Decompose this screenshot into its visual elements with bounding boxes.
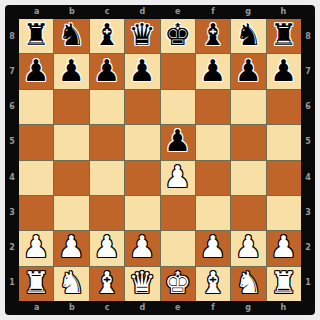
square-e2[interactable]	[161, 231, 195, 265]
square-d1[interactable]: ♛	[125, 267, 159, 301]
chess-board: ♜♞♝♛♚♝♞♜♟♟♟♟♟♟♟♟♟♟♟♟♟♟♟♟♜♞♝♛♚♝♞♜	[19, 19, 301, 301]
white-pawn-b2[interactable]: ♟	[58, 232, 85, 262]
white-rook-a1[interactable]: ♜	[23, 268, 50, 298]
square-c2[interactable]: ♟	[90, 231, 124, 265]
square-e7[interactable]	[161, 54, 195, 88]
white-pawn-d2[interactable]: ♟	[129, 232, 156, 262]
square-c1[interactable]: ♝	[90, 267, 124, 301]
square-c5[interactable]	[90, 125, 124, 159]
black-queen-d8[interactable]: ♛	[129, 20, 156, 50]
square-b1[interactable]: ♞	[54, 267, 88, 301]
square-d7[interactable]: ♟	[125, 54, 159, 88]
rank-label-6: 6	[301, 90, 315, 125]
square-a6[interactable]	[19, 90, 53, 124]
file-label-b: b	[54, 5, 89, 19]
square-g1[interactable]: ♞	[231, 267, 265, 301]
square-a1[interactable]: ♜	[19, 267, 53, 301]
square-c6[interactable]	[90, 90, 124, 124]
file-label-c: c	[90, 5, 125, 19]
rank-label-6: 6	[5, 90, 19, 125]
square-d3[interactable]	[125, 196, 159, 230]
file-labels-top: abcdefgh	[19, 5, 301, 19]
square-h4[interactable]	[267, 161, 301, 195]
black-pawn-e5[interactable]: ♟	[164, 126, 191, 156]
file-label-a: a	[19, 5, 54, 19]
file-label-e: e	[160, 5, 195, 19]
square-h3[interactable]	[267, 196, 301, 230]
white-pawn-e4[interactable]: ♟	[164, 162, 191, 192]
file-label-g: g	[231, 301, 266, 315]
file-label-c: c	[90, 301, 125, 315]
square-d6[interactable]	[125, 90, 159, 124]
square-a5[interactable]	[19, 125, 53, 159]
square-b4[interactable]	[54, 161, 88, 195]
rank-label-4: 4	[5, 160, 19, 195]
square-h6[interactable]	[267, 90, 301, 124]
square-h2[interactable]: ♟	[267, 231, 301, 265]
square-a2[interactable]: ♟	[19, 231, 53, 265]
chess-app: abcdefgh abcdefgh 87654321 87654321 ♜♞♝♛…	[0, 0, 320, 320]
square-f7[interactable]: ♟	[196, 54, 230, 88]
black-pawn-a7[interactable]: ♟	[23, 56, 50, 86]
square-g6[interactable]	[231, 90, 265, 124]
rank-label-7: 7	[5, 54, 19, 89]
rank-labels-right: 87654321	[301, 19, 315, 301]
black-pawn-c7[interactable]: ♟	[93, 56, 120, 86]
rank-label-4: 4	[301, 160, 315, 195]
white-pawn-g2[interactable]: ♟	[235, 232, 262, 262]
file-label-f: f	[195, 5, 230, 19]
rank-label-3: 3	[5, 195, 19, 230]
square-b5[interactable]	[54, 125, 88, 159]
white-knight-b1[interactable]: ♞	[58, 268, 85, 298]
black-bishop-f8[interactable]: ♝	[200, 20, 227, 50]
black-pawn-b7[interactable]: ♟	[58, 56, 85, 86]
black-knight-b8[interactable]: ♞	[58, 20, 85, 50]
board-frame: abcdefgh abcdefgh 87654321 87654321 ♜♞♝♛…	[5, 5, 315, 315]
black-king-e8[interactable]: ♚	[164, 20, 191, 50]
square-f2[interactable]: ♟	[196, 231, 230, 265]
file-label-e: e	[160, 301, 195, 315]
square-c4[interactable]	[90, 161, 124, 195]
square-a8[interactable]: ♜	[19, 19, 53, 53]
square-f8[interactable]: ♝	[196, 19, 230, 53]
square-g5[interactable]	[231, 125, 265, 159]
square-e1[interactable]: ♚	[161, 267, 195, 301]
black-pawn-f7[interactable]: ♟	[200, 56, 227, 86]
square-e6[interactable]	[161, 90, 195, 124]
black-pawn-g7[interactable]: ♟	[235, 56, 262, 86]
square-f3[interactable]	[196, 196, 230, 230]
square-c7[interactable]: ♟	[90, 54, 124, 88]
file-label-g: g	[231, 5, 266, 19]
file-label-d: d	[125, 5, 160, 19]
square-b3[interactable]	[54, 196, 88, 230]
rank-label-2: 2	[5, 231, 19, 266]
square-h8[interactable]: ♜	[267, 19, 301, 53]
rank-label-1: 1	[5, 266, 19, 301]
rank-label-1: 1	[301, 266, 315, 301]
white-pawn-c2[interactable]: ♟	[93, 232, 120, 262]
square-b2[interactable]: ♟	[54, 231, 88, 265]
square-b6[interactable]	[54, 90, 88, 124]
black-pawn-d7[interactable]: ♟	[129, 56, 156, 86]
black-rook-a8[interactable]: ♜	[23, 20, 50, 50]
white-bishop-f1[interactable]: ♝	[200, 268, 227, 298]
square-h5[interactable]	[267, 125, 301, 159]
file-label-f: f	[195, 301, 230, 315]
rank-label-5: 5	[5, 125, 19, 160]
white-pawn-f2[interactable]: ♟	[200, 232, 227, 262]
square-h7[interactable]: ♟	[267, 54, 301, 88]
square-g2[interactable]: ♟	[231, 231, 265, 265]
square-e4[interactable]: ♟	[161, 161, 195, 195]
white-bishop-c1[interactable]: ♝	[93, 268, 120, 298]
square-f1[interactable]: ♝	[196, 267, 230, 301]
square-g4[interactable]	[231, 161, 265, 195]
square-a7[interactable]: ♟	[19, 54, 53, 88]
square-d8[interactable]: ♛	[125, 19, 159, 53]
white-rook-h1[interactable]: ♜	[270, 268, 297, 298]
file-label-h: h	[266, 301, 301, 315]
square-b7[interactable]: ♟	[54, 54, 88, 88]
file-label-d: d	[125, 301, 160, 315]
file-label-b: b	[54, 301, 89, 315]
white-pawn-h2[interactable]: ♟	[270, 232, 297, 262]
rank-label-5: 5	[301, 125, 315, 160]
rank-label-8: 8	[5, 19, 19, 54]
square-d5[interactable]	[125, 125, 159, 159]
white-pawn-a2[interactable]: ♟	[23, 232, 50, 262]
white-knight-g1[interactable]: ♞	[235, 268, 262, 298]
square-d4[interactable]	[125, 161, 159, 195]
square-c8[interactable]: ♝	[90, 19, 124, 53]
square-f6[interactable]	[196, 90, 230, 124]
black-bishop-c8[interactable]: ♝	[93, 20, 120, 50]
rank-labels-left: 87654321	[5, 19, 19, 301]
square-f5[interactable]	[196, 125, 230, 159]
square-g7[interactable]: ♟	[231, 54, 265, 88]
square-a3[interactable]	[19, 196, 53, 230]
square-e8[interactable]: ♚	[161, 19, 195, 53]
square-h1[interactable]: ♜	[267, 267, 301, 301]
square-c3[interactable]	[90, 196, 124, 230]
rank-label-7: 7	[301, 54, 315, 89]
white-queen-d1[interactable]: ♛	[129, 268, 156, 298]
square-e3[interactable]	[161, 196, 195, 230]
square-e5[interactable]: ♟	[161, 125, 195, 159]
black-rook-h8[interactable]: ♜	[270, 20, 297, 50]
square-f4[interactable]	[196, 161, 230, 195]
square-a4[interactable]	[19, 161, 53, 195]
rank-label-3: 3	[301, 195, 315, 230]
file-labels-bottom: abcdefgh	[19, 301, 301, 315]
rank-label-8: 8	[301, 19, 315, 54]
square-g8[interactable]: ♞	[231, 19, 265, 53]
file-label-a: a	[19, 301, 54, 315]
rank-label-2: 2	[301, 231, 315, 266]
square-d2[interactable]: ♟	[125, 231, 159, 265]
white-king-e1[interactable]: ♚	[164, 268, 191, 298]
square-g3[interactable]	[231, 196, 265, 230]
black-pawn-h7[interactable]: ♟	[270, 56, 297, 86]
square-b8[interactable]: ♞	[54, 19, 88, 53]
black-knight-g8[interactable]: ♞	[235, 20, 262, 50]
file-label-h: h	[266, 5, 301, 19]
